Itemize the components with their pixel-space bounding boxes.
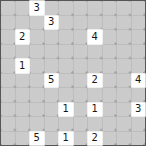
cell-r2c7[interactable] [88,16,102,30]
cell-r2c3[interactable] [30,16,44,30]
clue-cell-r3c2: 2 [16,30,30,44]
clue-cell-r8c10: 3 [132,103,146,117]
cell-r8c9[interactable] [117,103,131,117]
clue-cell-r6c7: 2 [88,74,102,88]
cell-r3c8[interactable] [103,30,117,44]
cell-r9c4[interactable] [45,117,59,131]
clue-cell-r6c4: 5 [45,74,59,88]
clue-cell-r5c2: 1 [16,59,30,73]
cell-r6c5[interactable] [59,74,73,88]
cell-r2c6[interactable] [74,16,88,30]
cell-r3c5[interactable] [59,30,73,44]
cell-r7c5[interactable] [59,88,73,102]
cell-r5c4[interactable] [45,59,59,73]
cell-r5c7[interactable] [88,59,102,73]
cell-r7c2[interactable] [16,88,30,102]
cell-r2c9[interactable] [117,16,131,30]
cell-r6c1[interactable] [1,74,15,88]
cell-r9c9[interactable] [117,117,131,131]
cell-r8c4[interactable] [45,103,59,117]
cell-r8c1[interactable] [1,103,15,117]
cell-r9c6[interactable] [74,117,88,131]
clue-cell-r8c5: 1 [59,103,73,117]
cell-r5c8[interactable] [103,59,117,73]
cell-r3c3[interactable] [30,30,44,44]
clue-cell-r10c5: 1 [59,132,73,146]
cell-r7c1[interactable] [1,88,15,102]
cell-r3c1[interactable] [1,30,15,44]
cell-r4c7[interactable] [88,45,102,59]
cell-r4c8[interactable] [103,45,117,59]
cell-r6c2[interactable] [16,74,30,88]
cell-r9c1[interactable] [1,117,15,131]
cell-r2c2[interactable] [16,16,30,30]
cell-r2c8[interactable] [103,16,117,30]
cell-r7c4[interactable] [45,88,59,102]
cell-r1c9[interactable] [117,1,131,15]
cell-r7c9[interactable] [117,88,131,102]
cell-r4c6[interactable] [74,45,88,59]
cell-r5c1[interactable] [1,59,15,73]
clue-cell-r10c7: 2 [88,132,102,146]
cell-r1c8[interactable] [103,1,117,15]
cell-r5c3[interactable] [30,59,44,73]
cell-r9c2[interactable] [16,117,30,131]
cell-r7c6[interactable] [74,88,88,102]
clue-cell-r8c7: 1 [88,103,102,117]
cell-r9c7[interactable] [88,117,102,131]
cell-r4c4[interactable] [45,45,59,59]
cell-r4c9[interactable] [117,45,131,59]
cell-r3c4[interactable] [45,30,59,44]
clue-cell-r6c10: 4 [132,74,146,88]
clue-cell-r10c3: 5 [30,132,44,146]
cell-r10c10[interactable] [132,132,146,146]
cell-r4c3[interactable] [30,45,44,59]
cell-r1c2[interactable] [16,1,30,15]
cell-r4c10[interactable] [132,45,146,59]
cell-r10c4[interactable] [45,132,59,146]
cell-r8c8[interactable] [103,103,117,117]
cell-r3c9[interactable] [117,30,131,44]
cell-r10c2[interactable] [16,132,30,146]
cell-r10c8[interactable] [103,132,117,146]
cell-r6c9[interactable] [117,74,131,88]
puzzle-board: 33241524113512 [0,0,146,146]
cell-r1c1[interactable] [1,1,15,15]
cell-r8c3[interactable] [30,103,44,117]
cell-r4c2[interactable] [16,45,30,59]
cell-r7c3[interactable] [30,88,44,102]
cell-r1c5[interactable] [59,1,73,15]
cell-r9c8[interactable] [103,117,117,131]
cell-r1c6[interactable] [74,1,88,15]
cell-r7c8[interactable] [103,88,117,102]
cell-r8c2[interactable] [16,103,30,117]
cell-r8c6[interactable] [74,103,88,117]
cell-r5c5[interactable] [59,59,73,73]
clue-cell-r1c3: 3 [30,1,44,15]
cell-r1c10[interactable] [132,1,146,15]
cell-r10c9[interactable] [117,132,131,146]
cell-r10c1[interactable] [1,132,15,146]
cell-r1c7[interactable] [88,1,102,15]
cell-r6c3[interactable] [30,74,44,88]
cell-r9c5[interactable] [59,117,73,131]
cell-r3c10[interactable] [132,30,146,44]
cell-r6c6[interactable] [74,74,88,88]
cell-r4c1[interactable] [1,45,15,59]
cell-r7c10[interactable] [132,88,146,102]
puzzle-grid: 33241524113512 [1,1,145,145]
clue-cell-r2c4: 3 [45,16,59,30]
cell-r9c3[interactable] [30,117,44,131]
cell-r3c6[interactable] [74,30,88,44]
clue-cell-r3c7: 4 [88,30,102,44]
cell-r2c5[interactable] [59,16,73,30]
cell-r6c8[interactable] [103,74,117,88]
cell-r10c6[interactable] [74,132,88,146]
cell-r7c7[interactable] [88,88,102,102]
cell-r2c1[interactable] [1,16,15,30]
cell-r9c10[interactable] [132,117,146,131]
cell-r5c10[interactable] [132,59,146,73]
cell-r1c4[interactable] [45,1,59,15]
cell-r5c6[interactable] [74,59,88,73]
cell-r4c5[interactable] [59,45,73,59]
cell-r5c9[interactable] [117,59,131,73]
cell-r2c10[interactable] [132,16,146,30]
